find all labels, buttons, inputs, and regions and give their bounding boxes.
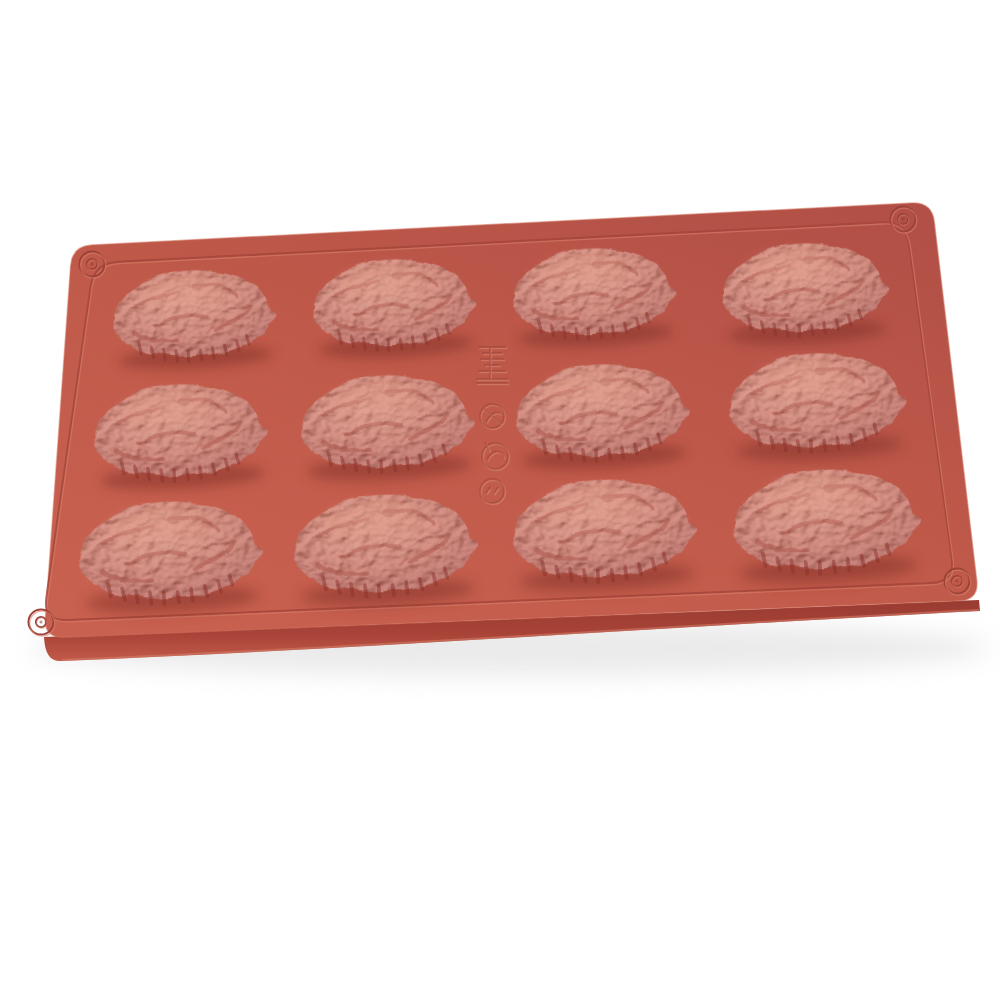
product-photo-svg <box>0 0 1000 1000</box>
mold <box>29 203 981 661</box>
product-photo: Overhead tilted product photo of a brick… <box>0 0 1000 1000</box>
